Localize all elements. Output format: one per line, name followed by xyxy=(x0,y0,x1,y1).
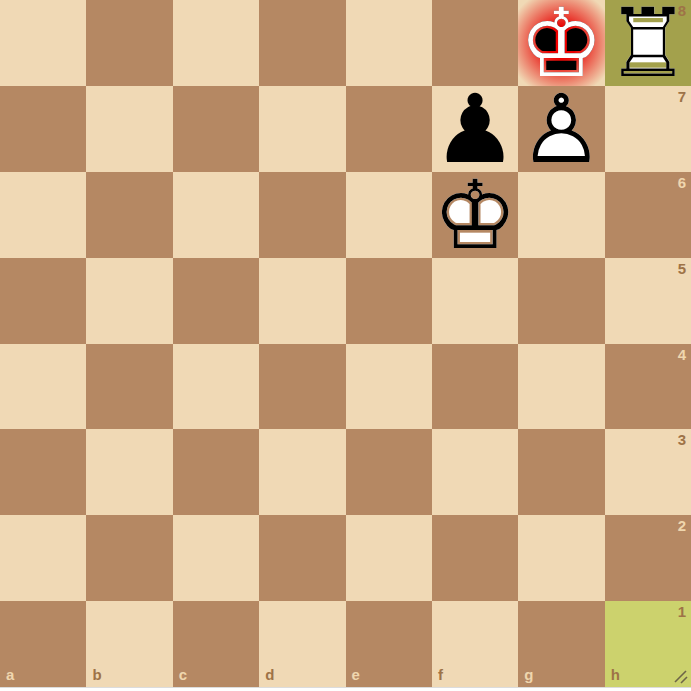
square-a2[interactable] xyxy=(0,515,86,601)
white-pawn[interactable]: ♟♙ xyxy=(518,86,604,172)
coord-file-h: h xyxy=(611,666,620,683)
coord-rank-5: 5 xyxy=(678,260,686,277)
black-pawn[interactable]: ♟ xyxy=(432,86,518,172)
square-a7[interactable] xyxy=(0,86,86,172)
square-f4[interactable] xyxy=(432,344,518,430)
white-pawn-outline: ♙ xyxy=(518,87,604,173)
square-d2[interactable] xyxy=(259,515,345,601)
square-b2[interactable] xyxy=(86,515,172,601)
square-a5[interactable] xyxy=(0,258,86,344)
square-f3[interactable] xyxy=(432,429,518,515)
square-f6[interactable]: ♚♔ xyxy=(432,172,518,258)
square-b5[interactable] xyxy=(86,258,172,344)
square-c6[interactable] xyxy=(173,172,259,258)
square-a6[interactable] xyxy=(0,172,86,258)
square-c7[interactable] xyxy=(173,86,259,172)
square-f1[interactable]: f xyxy=(432,601,518,687)
square-b8[interactable] xyxy=(86,0,172,86)
square-d5[interactable] xyxy=(259,258,345,344)
square-d6[interactable] xyxy=(259,172,345,258)
square-b1[interactable]: b xyxy=(86,601,172,687)
coord-file-g: g xyxy=(524,666,533,683)
square-h8[interactable]: ♜♖8 xyxy=(605,0,691,86)
square-h1[interactable]: 1h xyxy=(605,601,691,687)
square-b4[interactable] xyxy=(86,344,172,430)
square-b3[interactable] xyxy=(86,429,172,515)
square-a4[interactable] xyxy=(0,344,86,430)
coord-file-a: a xyxy=(6,666,14,683)
square-f2[interactable] xyxy=(432,515,518,601)
square-g6[interactable] xyxy=(518,172,604,258)
square-e6[interactable] xyxy=(346,172,432,258)
coord-rank-8: 8 xyxy=(678,2,686,19)
square-c1[interactable]: c xyxy=(173,601,259,687)
square-h3[interactable]: 3 xyxy=(605,429,691,515)
square-c8[interactable] xyxy=(173,0,259,86)
coord-rank-6: 6 xyxy=(678,174,686,191)
coord-file-c: c xyxy=(179,666,187,683)
square-g8[interactable]: ♚♔ xyxy=(518,0,604,86)
coord-file-d: d xyxy=(265,666,274,683)
square-e5[interactable] xyxy=(346,258,432,344)
square-d3[interactable] xyxy=(259,429,345,515)
square-g3[interactable] xyxy=(518,429,604,515)
square-c4[interactable] xyxy=(173,344,259,430)
square-a1[interactable]: a xyxy=(0,601,86,687)
chess-board: ♚♔♜♖8♟♟♙7♚♔65432abcdefg1h xyxy=(0,0,691,687)
square-e2[interactable] xyxy=(346,515,432,601)
coord-rank-4: 4 xyxy=(678,346,686,363)
square-g1[interactable]: g xyxy=(518,601,604,687)
square-d4[interactable] xyxy=(259,344,345,430)
coord-rank-7: 7 xyxy=(678,88,686,105)
square-a3[interactable] xyxy=(0,429,86,515)
coord-rank-3: 3 xyxy=(678,431,686,448)
coord-file-b: b xyxy=(92,666,101,683)
black-king[interactable]: ♚♔ xyxy=(518,0,604,86)
square-c3[interactable] xyxy=(173,429,259,515)
square-g2[interactable] xyxy=(518,515,604,601)
coord-file-f: f xyxy=(438,666,443,683)
page: ♚♔♜♖8♟♟♙7♚♔65432abcdefg1h xyxy=(0,0,691,691)
square-e1[interactable]: e xyxy=(346,601,432,687)
square-h2[interactable]: 2 xyxy=(605,515,691,601)
square-h4[interactable]: 4 xyxy=(605,344,691,430)
square-f7[interactable]: ♟ xyxy=(432,86,518,172)
square-g7[interactable]: ♟♙ xyxy=(518,86,604,172)
white-king[interactable]: ♚♔ xyxy=(432,172,518,258)
square-e7[interactable] xyxy=(346,86,432,172)
square-b7[interactable] xyxy=(86,86,172,172)
square-d7[interactable] xyxy=(259,86,345,172)
square-h5[interactable]: 5 xyxy=(605,258,691,344)
square-f5[interactable] xyxy=(432,258,518,344)
square-h7[interactable]: 7 xyxy=(605,86,691,172)
coord-file-e: e xyxy=(352,666,360,683)
coord-rank-2: 2 xyxy=(678,517,686,534)
square-d8[interactable] xyxy=(259,0,345,86)
square-e8[interactable] xyxy=(346,0,432,86)
square-g4[interactable] xyxy=(518,344,604,430)
square-d1[interactable]: d xyxy=(259,601,345,687)
square-c5[interactable] xyxy=(173,258,259,344)
square-c2[interactable] xyxy=(173,515,259,601)
white-king-outline: ♔ xyxy=(432,173,518,259)
coord-rank-1: 1 xyxy=(678,603,686,620)
square-g5[interactable] xyxy=(518,258,604,344)
page-bottom-strip xyxy=(0,687,691,691)
square-e3[interactable] xyxy=(346,429,432,515)
square-h6[interactable]: 6 xyxy=(605,172,691,258)
board-resize-handle-icon[interactable] xyxy=(673,669,689,685)
square-a8[interactable] xyxy=(0,0,86,86)
square-b6[interactable] xyxy=(86,172,172,258)
square-f8[interactable] xyxy=(432,0,518,86)
square-e4[interactable] xyxy=(346,344,432,430)
